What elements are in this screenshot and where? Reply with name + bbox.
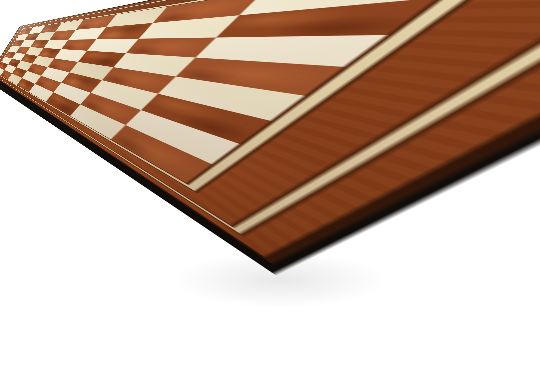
chess-board (0, 0, 540, 264)
product-photo-scene (0, 0, 540, 370)
